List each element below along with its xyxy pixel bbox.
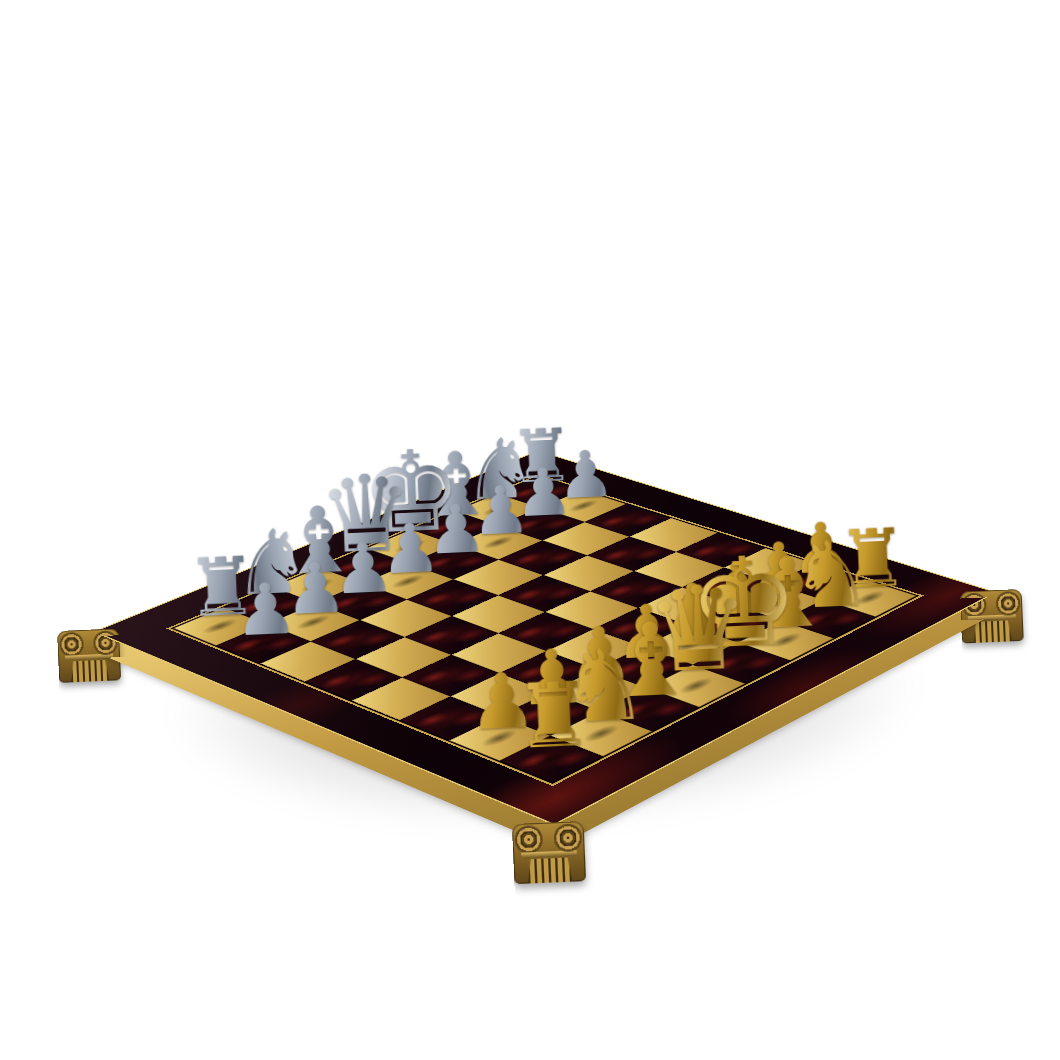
ionic-capital bbox=[512, 821, 586, 884]
scene-tilt: ♜♜♞♞♝♝♛♛♚♚♝♝♞♞♜♜♟♟♟♟♟♟♟♟♟♟♟♟♟♟♟♟♟♟♟♟♟♟♟♟… bbox=[0, 0, 1060, 1060]
foot-flutes bbox=[527, 857, 572, 883]
foot-flutes bbox=[70, 660, 109, 683]
foot-band bbox=[521, 850, 577, 858]
board-foot-front bbox=[512, 821, 586, 884]
foot-flutes bbox=[973, 620, 1012, 643]
page-background: ♜♜♞♞♝♝♛♛♚♚♝♝♞♞♜♜♟♟♟♟♟♟♟♟♟♟♟♟♟♟♟♟♟♟♟♟♟♟♟♟… bbox=[0, 0, 1060, 1060]
